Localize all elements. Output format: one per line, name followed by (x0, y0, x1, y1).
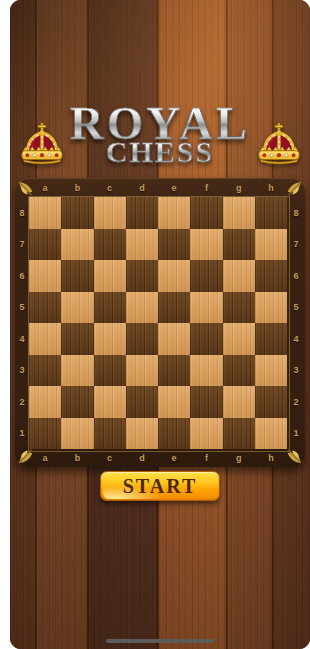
rank-label-right-3: 3 (287, 355, 305, 387)
square-b7[interactable] (61, 229, 93, 261)
square-a2[interactable] (29, 386, 61, 418)
square-c2[interactable] (94, 386, 126, 418)
square-a3[interactable] (29, 355, 61, 387)
start-button[interactable]: START (100, 471, 220, 501)
square-f4[interactable] (190, 323, 222, 355)
square-b5[interactable] (61, 292, 93, 324)
chess-board-grid: abcdefgh8877665544332211abcdefgh (15, 178, 305, 467)
square-g6[interactable] (223, 260, 255, 292)
square-d2[interactable] (126, 386, 158, 418)
square-b2[interactable] (61, 386, 93, 418)
square-f1[interactable] (190, 418, 222, 450)
rank-label-right-1: 1 (287, 418, 305, 450)
square-h2[interactable] (255, 386, 287, 418)
file-label-top-h: h (255, 178, 287, 197)
square-f7[interactable] (190, 229, 222, 261)
file-label-top-e: e (158, 178, 190, 197)
rank-label-right-8: 8 (287, 197, 305, 229)
square-f6[interactable] (190, 260, 222, 292)
square-h7[interactable] (255, 229, 287, 261)
square-c8[interactable] (94, 197, 126, 229)
app-title: ROYAL CHESS (10, 101, 310, 167)
square-d3[interactable] (126, 355, 158, 387)
square-c3[interactable] (94, 355, 126, 387)
square-g3[interactable] (223, 355, 255, 387)
square-b6[interactable] (61, 260, 93, 292)
square-b1[interactable] (61, 418, 93, 450)
square-h4[interactable] (255, 323, 287, 355)
rank-label-left-5: 5 (15, 292, 29, 324)
square-f2[interactable] (190, 386, 222, 418)
file-label-top-b: b (61, 178, 93, 197)
square-e6[interactable] (158, 260, 190, 292)
square-h8[interactable] (255, 197, 287, 229)
file-label-bottom-f: f (190, 449, 222, 467)
gold-flourish-icon (18, 181, 36, 199)
rank-label-right-7: 7 (287, 229, 305, 261)
square-c5[interactable] (94, 292, 126, 324)
square-g1[interactable] (223, 418, 255, 450)
square-a4[interactable] (29, 323, 61, 355)
rank-label-left-8: 8 (15, 197, 29, 229)
home-indicator[interactable] (106, 639, 214, 643)
square-c4[interactable] (94, 323, 126, 355)
rank-label-left-7: 7 (15, 229, 29, 261)
square-c1[interactable] (94, 418, 126, 450)
square-c6[interactable] (94, 260, 126, 292)
file-label-bottom-c: c (94, 449, 126, 467)
square-d7[interactable] (126, 229, 158, 261)
file-label-top-c: c (94, 178, 126, 197)
chess-board: abcdefgh8877665544332211abcdefgh (15, 178, 305, 467)
rank-label-left-2: 2 (15, 386, 29, 418)
square-f5[interactable] (190, 292, 222, 324)
file-label-top-d: d (126, 178, 158, 197)
square-d6[interactable] (126, 260, 158, 292)
file-label-top-g: g (223, 178, 255, 197)
square-d4[interactable] (126, 323, 158, 355)
rank-label-right-4: 4 (287, 323, 305, 355)
rank-label-right-6: 6 (287, 260, 305, 292)
rank-label-left-6: 6 (15, 260, 29, 292)
rank-label-right-2: 2 (287, 386, 305, 418)
square-h1[interactable] (255, 418, 287, 450)
title-chess: CHESS (10, 137, 310, 167)
start-button-label: START (123, 475, 198, 498)
square-f8[interactable] (190, 197, 222, 229)
square-e1[interactable] (158, 418, 190, 450)
file-label-bottom-e: e (158, 449, 190, 467)
square-b3[interactable] (61, 355, 93, 387)
square-d8[interactable] (126, 197, 158, 229)
square-e2[interactable] (158, 386, 190, 418)
square-g8[interactable] (223, 197, 255, 229)
square-a5[interactable] (29, 292, 61, 324)
rank-label-left-4: 4 (15, 323, 29, 355)
square-e8[interactable] (158, 197, 190, 229)
square-g2[interactable] (223, 386, 255, 418)
square-a7[interactable] (29, 229, 61, 261)
rank-label-right-5: 5 (287, 292, 305, 324)
square-h6[interactable] (255, 260, 287, 292)
square-a6[interactable] (29, 260, 61, 292)
square-a8[interactable] (29, 197, 61, 229)
square-g7[interactable] (223, 229, 255, 261)
square-g4[interactable] (223, 323, 255, 355)
file-label-bottom-b: b (61, 449, 93, 467)
square-e3[interactable] (158, 355, 190, 387)
square-e7[interactable] (158, 229, 190, 261)
square-d5[interactable] (126, 292, 158, 324)
gold-flourish-icon (284, 181, 302, 199)
square-c7[interactable] (94, 229, 126, 261)
square-f3[interactable] (190, 355, 222, 387)
square-e4[interactable] (158, 323, 190, 355)
gold-flourish-icon (18, 446, 36, 464)
app-screen: ROYAL CHESS abcdefgh8877665544332211abcd… (10, 0, 310, 649)
square-h3[interactable] (255, 355, 287, 387)
file-label-bottom-h: h (255, 449, 287, 467)
file-label-bottom-g: g (223, 449, 255, 467)
rank-label-left-3: 3 (15, 355, 29, 387)
rank-label-left-1: 1 (15, 418, 29, 450)
square-g5[interactable] (223, 292, 255, 324)
file-label-top-f: f (190, 178, 222, 197)
file-label-bottom-d: d (126, 449, 158, 467)
square-h5[interactable] (255, 292, 287, 324)
square-b4[interactable] (61, 323, 93, 355)
square-b8[interactable] (61, 197, 93, 229)
square-a1[interactable] (29, 418, 61, 450)
square-d1[interactable] (126, 418, 158, 450)
gold-flourish-icon (284, 446, 302, 464)
square-e5[interactable] (158, 292, 190, 324)
